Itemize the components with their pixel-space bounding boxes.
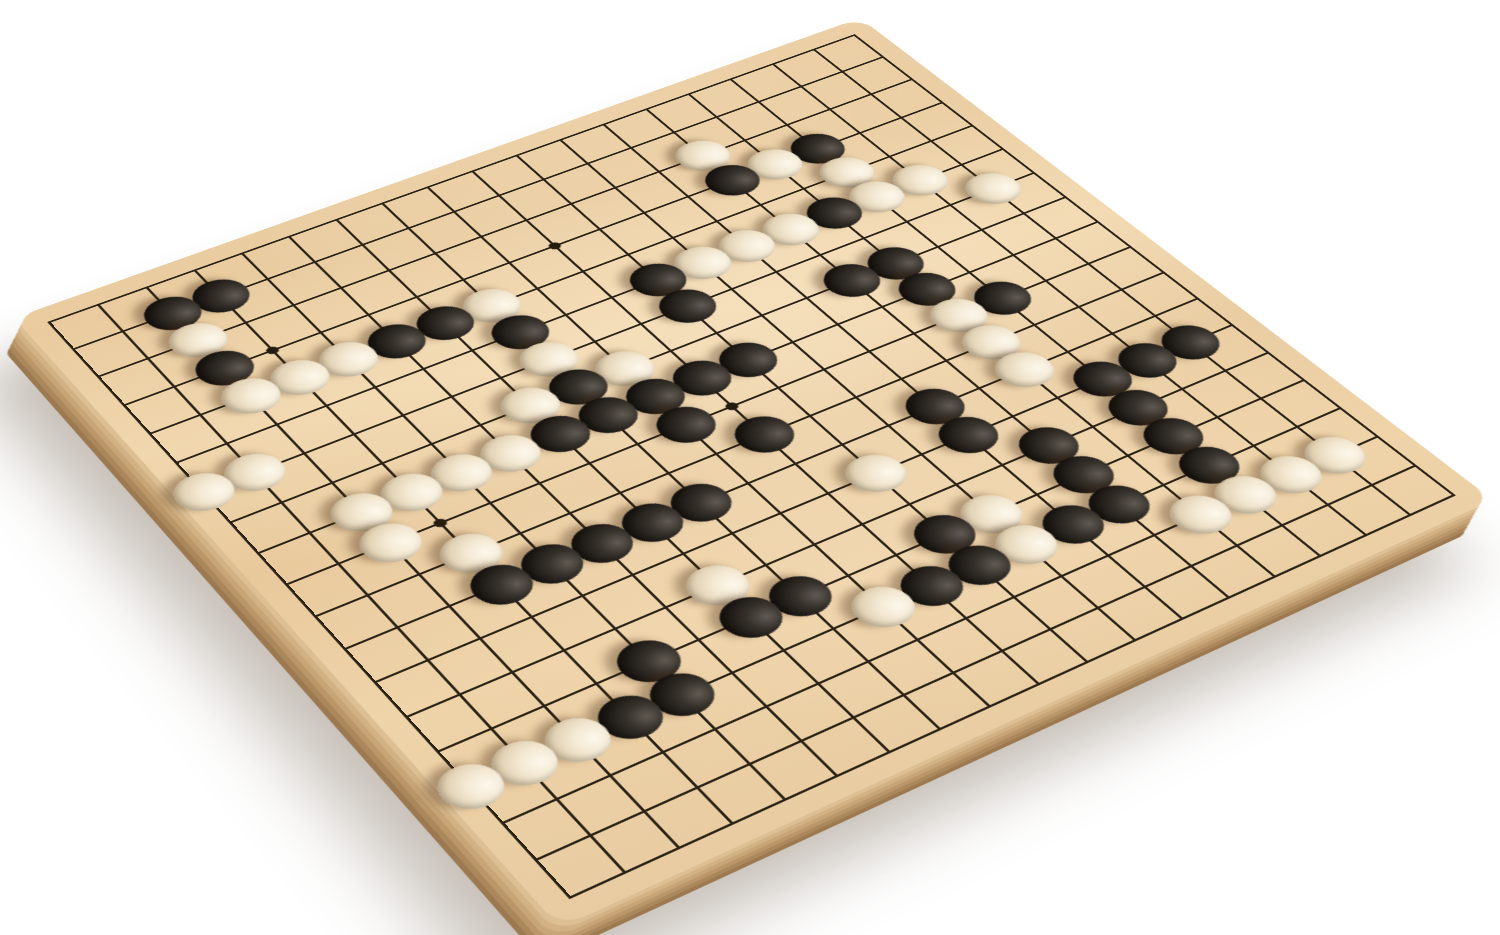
grid-line-horizontal (47, 321, 572, 899)
product-photo-scene (0, 0, 1500, 935)
go-board (14, 18, 1493, 928)
black-stone (723, 410, 806, 460)
white-stone (835, 448, 919, 499)
white-stone (955, 167, 1032, 209)
